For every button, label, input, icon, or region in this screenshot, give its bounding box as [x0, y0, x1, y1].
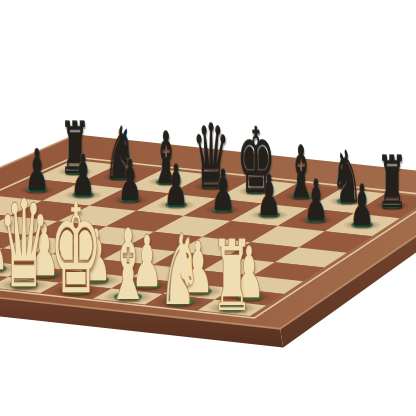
chess-set-photo: ♜♞♝♛♚♝♞♜♟♟♟♟♟♟♟♟♟♟♟♟♟♟♟♟♜♞♝♛♚♝♞♜: [0, 0, 416, 416]
chess-board: [0, 0, 416, 416]
